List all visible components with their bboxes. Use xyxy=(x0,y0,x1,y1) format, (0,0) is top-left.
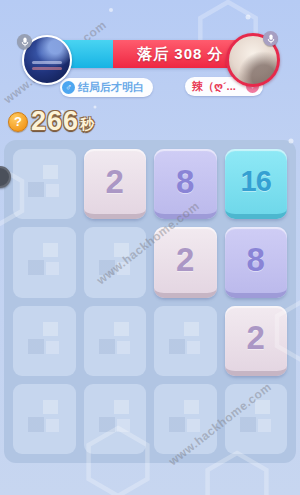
left-player-mic-icon[interactable] xyxy=(17,34,32,49)
board-cell xyxy=(225,384,288,454)
board-cell xyxy=(13,384,76,454)
board-cell xyxy=(154,306,217,376)
board-cell: 16 xyxy=(225,149,288,219)
board-cell xyxy=(13,149,76,219)
tile-2: 2 xyxy=(84,149,147,219)
board-cell: 8 xyxy=(154,149,217,219)
help-icon[interactable]: ? xyxy=(8,112,28,132)
countdown-timer: ? 266 秒 xyxy=(8,104,94,138)
board-cell xyxy=(84,384,147,454)
timer-value: 266 xyxy=(31,104,79,138)
score-status-text: 落后 308 分 xyxy=(137,45,223,64)
right-player-name: 辣（ღ´... xyxy=(192,79,236,94)
board-grid: 2816282 xyxy=(4,140,296,463)
board-cell: 2 xyxy=(84,149,147,219)
board-cell xyxy=(84,227,147,297)
board-cell xyxy=(84,306,147,376)
male-gender-icon: ♂ xyxy=(62,81,75,94)
left-player-name-pill: ♂ 结局后才明白 xyxy=(60,78,153,97)
right-player-mic-icon[interactable] xyxy=(263,31,278,46)
board-cell xyxy=(13,306,76,376)
board-cell: 8 xyxy=(225,227,288,297)
left-player-name: 结局后才明白 xyxy=(78,80,144,95)
board-cell: 2 xyxy=(225,306,288,376)
board-cell: 2 xyxy=(154,227,217,297)
game-board[interactable]: 2816282 xyxy=(4,140,296,463)
board-cell xyxy=(13,227,76,297)
tile-8: 8 xyxy=(154,149,217,219)
tile-2: 2 xyxy=(225,306,288,376)
tile-16: 16 xyxy=(225,149,288,219)
timer-unit: 秒 xyxy=(80,116,94,134)
board-cell xyxy=(154,384,217,454)
app-screen: www.hackhome.com www.hackhome.com www.ha… xyxy=(0,0,300,495)
tile-2: 2 xyxy=(154,227,217,297)
tile-8: 8 xyxy=(225,227,288,297)
